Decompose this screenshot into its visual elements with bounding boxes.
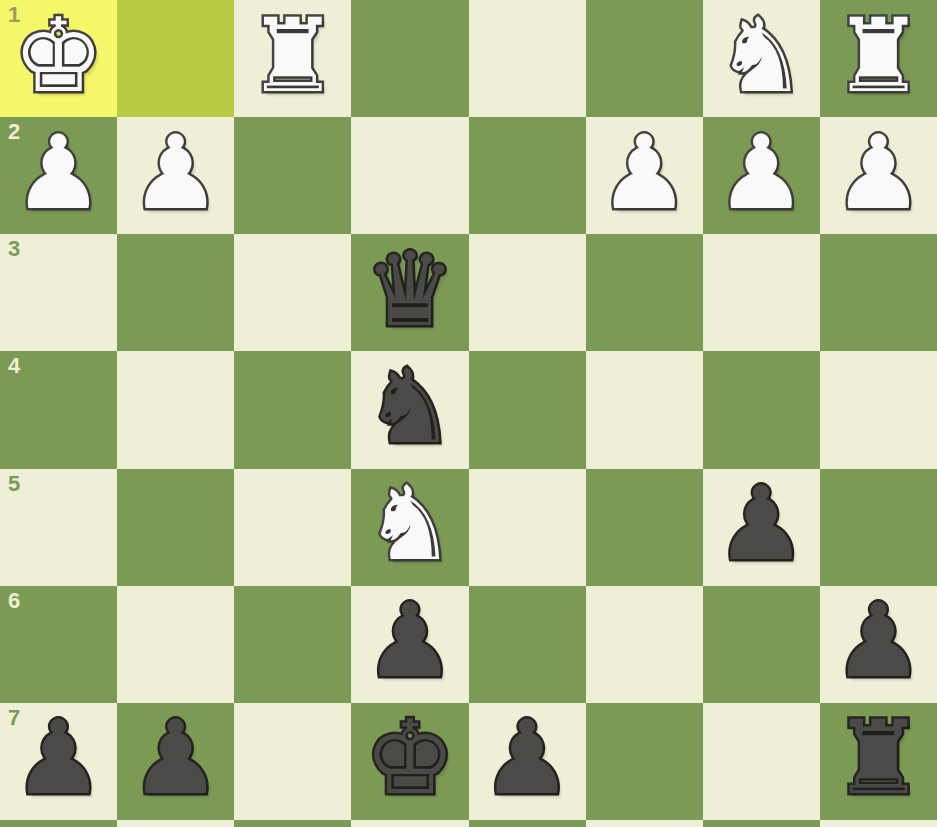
square-b3[interactable] — [703, 234, 820, 351]
square-c2[interactable]: ♟ — [586, 117, 703, 234]
square-d3[interactable] — [469, 234, 586, 351]
square-b5[interactable]: ♟ — [703, 469, 820, 586]
square-c7[interactable] — [586, 703, 703, 820]
square-b4[interactable] — [703, 351, 820, 468]
square-h1[interactable]: 1♚ — [0, 0, 117, 117]
square-g6[interactable] — [117, 586, 234, 703]
chess-board: 1♚♜♞♜2♟♟♟♟♟3♛4♞5♞♟6♟♟7♟♟♚♟♜ — [0, 0, 937, 827]
square-f1[interactable]: ♜ — [234, 0, 351, 117]
square-g2[interactable]: ♟ — [117, 117, 234, 234]
square-a8[interactable] — [820, 820, 937, 827]
piece-white-pawn: ♟ — [833, 122, 924, 224]
square-a4[interactable] — [820, 351, 937, 468]
square-g8[interactable] — [117, 820, 234, 827]
rank-label-3: 3 — [8, 238, 20, 260]
square-h3[interactable]: 3 — [0, 234, 117, 351]
square-d7[interactable]: ♟ — [469, 703, 586, 820]
square-g4[interactable] — [117, 351, 234, 468]
square-c8[interactable] — [586, 820, 703, 827]
square-e1[interactable] — [351, 0, 468, 117]
square-b8[interactable] — [703, 820, 820, 827]
square-c3[interactable] — [586, 234, 703, 351]
square-c4[interactable] — [586, 351, 703, 468]
square-c6[interactable] — [586, 586, 703, 703]
square-d4[interactable] — [469, 351, 586, 468]
square-a7[interactable]: ♜ — [820, 703, 937, 820]
square-h2[interactable]: 2♟ — [0, 117, 117, 234]
square-e3[interactable]: ♛ — [351, 234, 468, 351]
square-f4[interactable] — [234, 351, 351, 468]
square-a5[interactable] — [820, 469, 937, 586]
square-e4[interactable]: ♞ — [351, 351, 468, 468]
square-e5[interactable]: ♞ — [351, 469, 468, 586]
square-f2[interactable] — [234, 117, 351, 234]
square-b7[interactable] — [703, 703, 820, 820]
piece-white-pawn: ♟ — [13, 122, 104, 224]
piece-black-pawn: ♟ — [481, 707, 572, 809]
square-c1[interactable] — [586, 0, 703, 117]
rank-label-6: 6 — [8, 590, 20, 612]
square-d2[interactable] — [469, 117, 586, 234]
square-g3[interactable] — [117, 234, 234, 351]
square-b1[interactable]: ♞ — [703, 0, 820, 117]
piece-black-pawn: ♟ — [833, 590, 924, 692]
square-g7[interactable]: ♟ — [117, 703, 234, 820]
square-f6[interactable] — [234, 586, 351, 703]
piece-black-queen: ♛ — [364, 239, 455, 341]
rank-label-4: 4 — [8, 355, 20, 377]
piece-white-pawn: ♟ — [130, 122, 221, 224]
square-a3[interactable] — [820, 234, 937, 351]
piece-white-rook: ♜ — [247, 5, 338, 107]
piece-black-rook: ♜ — [833, 707, 924, 809]
square-c5[interactable] — [586, 469, 703, 586]
square-d1[interactable] — [469, 0, 586, 117]
square-h6[interactable]: 6 — [0, 586, 117, 703]
square-f8[interactable] — [234, 820, 351, 827]
square-f3[interactable] — [234, 234, 351, 351]
square-b6[interactable] — [703, 586, 820, 703]
square-e8[interactable] — [351, 820, 468, 827]
piece-black-pawn: ♟ — [364, 590, 455, 692]
piece-white-rook: ♜ — [833, 5, 924, 107]
square-g5[interactable] — [117, 469, 234, 586]
piece-black-king: ♚ — [364, 707, 455, 809]
square-e7[interactable]: ♚ — [351, 703, 468, 820]
piece-white-pawn: ♟ — [598, 122, 689, 224]
piece-black-knight: ♞ — [364, 356, 455, 458]
square-b2[interactable]: ♟ — [703, 117, 820, 234]
square-a2[interactable]: ♟ — [820, 117, 937, 234]
square-e2[interactable] — [351, 117, 468, 234]
piece-white-knight: ♞ — [364, 473, 455, 575]
square-h8[interactable] — [0, 820, 117, 827]
piece-white-king: ♚ — [13, 5, 104, 107]
piece-black-pawn: ♟ — [13, 707, 104, 809]
board-viewport: 1♚♜♞♜2♟♟♟♟♟3♛4♞5♞♟6♟♟7♟♟♚♟♜ — [0, 0, 937, 827]
square-d6[interactable] — [469, 586, 586, 703]
piece-black-pawn: ♟ — [130, 707, 221, 809]
piece-black-pawn: ♟ — [716, 473, 807, 575]
square-a1[interactable]: ♜ — [820, 0, 937, 117]
square-d8[interactable] — [469, 820, 586, 827]
piece-white-pawn: ♟ — [716, 122, 807, 224]
square-h4[interactable]: 4 — [0, 351, 117, 468]
square-g1[interactable] — [117, 0, 234, 117]
square-h5[interactable]: 5 — [0, 469, 117, 586]
square-h7[interactable]: 7♟ — [0, 703, 117, 820]
square-d5[interactable] — [469, 469, 586, 586]
rank-label-5: 5 — [8, 473, 20, 495]
square-e6[interactable]: ♟ — [351, 586, 468, 703]
piece-white-knight: ♞ — [716, 5, 807, 107]
square-a6[interactable]: ♟ — [820, 586, 937, 703]
square-f5[interactable] — [234, 469, 351, 586]
square-f7[interactable] — [234, 703, 351, 820]
